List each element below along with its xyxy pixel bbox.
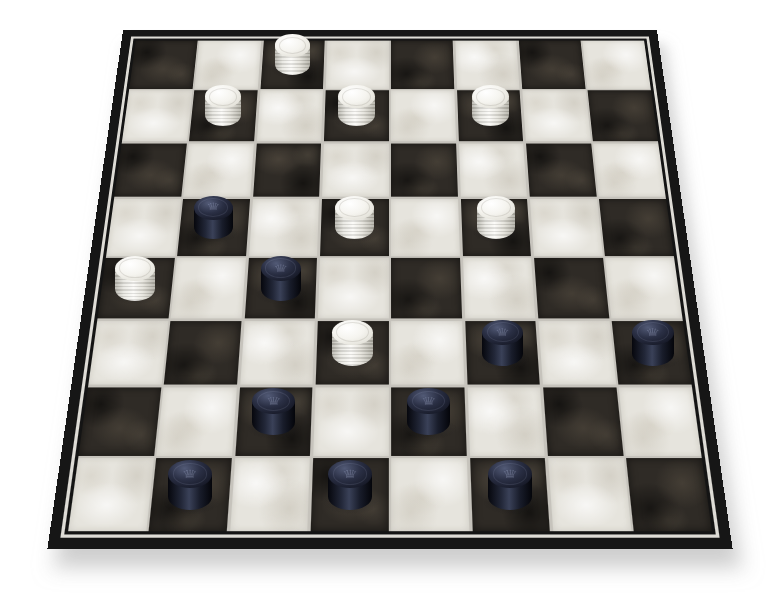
white-checker-r1c3[interactable] — [275, 34, 311, 74]
black-checker-r5c3[interactable]: ♛ — [261, 256, 301, 301]
black-checker-r6c6[interactable]: ♛ — [482, 320, 523, 366]
piece-top — [472, 85, 509, 108]
black-checker-r6c8[interactable]: ♛ — [632, 320, 673, 366]
piece-top — [205, 85, 242, 108]
piece-top — [115, 256, 155, 281]
piece-top — [332, 320, 373, 346]
piece-top: ♛ — [252, 388, 295, 414]
piece-ring — [279, 37, 307, 54]
white-checker-r6c4[interactable] — [332, 320, 373, 366]
piece-top: ♛ — [328, 460, 372, 487]
piece-top: ♛ — [407, 388, 450, 414]
piece-ring — [209, 88, 238, 106]
crown-icon: ♛ — [181, 468, 198, 479]
crown-icon: ♛ — [502, 468, 519, 479]
black-checker-r8c4[interactable]: ♛ — [328, 460, 372, 509]
crown-icon: ♛ — [206, 203, 221, 213]
white-checker-r5c1[interactable] — [115, 256, 155, 301]
piece-top — [335, 196, 374, 220]
piece-top — [477, 196, 516, 220]
piece-ring — [342, 88, 371, 106]
piece-top: ♛ — [194, 196, 233, 220]
crown-icon: ♛ — [273, 263, 288, 273]
white-checker-r4c6[interactable] — [477, 196, 516, 240]
crown-icon: ♛ — [495, 327, 511, 338]
piece-ring — [119, 258, 150, 277]
white-checker-r2c6[interactable] — [472, 85, 509, 126]
piece-top — [275, 34, 311, 56]
black-checker-r7c5[interactable]: ♛ — [407, 388, 450, 436]
white-checker-r2c2[interactable] — [205, 85, 242, 126]
crown-icon: ♛ — [266, 395, 282, 406]
piece-top: ♛ — [632, 320, 673, 346]
black-checker-r4c2[interactable]: ♛ — [194, 196, 233, 240]
piece-top — [338, 85, 375, 108]
crown-icon: ♛ — [421, 395, 437, 406]
piece-top: ♛ — [261, 256, 301, 281]
crown-icon: ♛ — [645, 327, 661, 338]
piece-ring — [476, 88, 505, 106]
piece-ring — [336, 322, 368, 342]
piece-ring — [481, 198, 511, 217]
piece-top: ♛ — [488, 460, 532, 487]
white-checker-r4c4[interactable] — [335, 196, 374, 240]
crown-icon: ♛ — [342, 468, 359, 479]
pieces-layer: ♛♛♛♛♛♛♛♛♛ — [0, 0, 774, 600]
checkers-scene: ♛♛♛♛♛♛♛♛♛ — [0, 0, 774, 600]
white-checker-r2c4[interactable] — [338, 85, 375, 126]
piece-ring — [339, 198, 369, 217]
piece-top: ♛ — [168, 460, 212, 487]
black-checker-r8c2[interactable]: ♛ — [168, 460, 212, 509]
black-checker-r8c6[interactable]: ♛ — [488, 460, 532, 509]
black-checker-r7c3[interactable]: ♛ — [252, 388, 295, 436]
